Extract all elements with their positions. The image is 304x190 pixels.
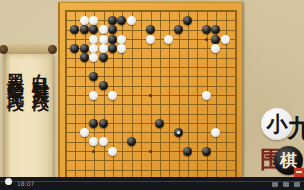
- white-stone: [89, 16, 98, 25]
- black-player-label: 黑赵晨宇九段: [7, 60, 24, 84]
- black-stone: [174, 128, 183, 137]
- last-move-marker: [177, 131, 180, 134]
- scroll-rod-cap-left: [0, 45, 8, 54]
- white-stone: [99, 44, 108, 53]
- black-stone: [211, 35, 220, 44]
- white-stone: [108, 147, 117, 156]
- logo-char-jiu: 九: [287, 116, 304, 141]
- white-stone: [127, 16, 136, 25]
- progress-knob[interactable]: [5, 178, 12, 185]
- star-point: [92, 150, 95, 153]
- black-stone: [202, 25, 211, 34]
- white-player-label: 白朴键昊六段: [32, 60, 49, 84]
- white-stone: [108, 91, 117, 100]
- black-stone: [108, 44, 117, 53]
- white-stone: [117, 35, 126, 44]
- channel-logo: 小 九 围 棋: [258, 104, 304, 186]
- black-stone: [108, 16, 117, 25]
- logo-char-qi: 棋: [280, 152, 297, 169]
- danmaku-icon[interactable]: [272, 182, 278, 187]
- star-point: [205, 38, 208, 41]
- black-stone: [99, 119, 108, 128]
- black-stone: [183, 16, 192, 25]
- white-stone: [89, 44, 98, 53]
- black-stone: [127, 137, 136, 146]
- black-stone: [80, 53, 89, 62]
- progress-track[interactable]: [0, 181, 304, 182]
- white-stone: [99, 35, 108, 44]
- scroll-rod: [0, 44, 56, 54]
- black-stone: [89, 119, 98, 128]
- black-stone: [99, 53, 108, 62]
- black-stone: [155, 119, 164, 128]
- white-stone: [99, 25, 108, 34]
- white-stone: [80, 128, 89, 137]
- white-stone: [99, 137, 108, 146]
- black-stone: [108, 35, 117, 44]
- time-display: 18:07: [17, 181, 34, 187]
- black-stone: [146, 25, 155, 34]
- logo-char-xiao: 小: [267, 114, 288, 135]
- fullscreen-icon[interactable]: [294, 182, 300, 187]
- white-stone: [202, 91, 211, 100]
- white-stone: [146, 35, 155, 44]
- white-stone: [164, 35, 173, 44]
- black-stone: [174, 25, 183, 34]
- star-point: [149, 94, 152, 97]
- white-stone: [221, 35, 230, 44]
- video-frame: 白朴键昊六段 黑赵晨宇九段 小 九 围 棋 18:07: [0, 0, 304, 190]
- black-stone: [183, 147, 192, 156]
- white-stone: [89, 91, 98, 100]
- go-board: [58, 2, 242, 190]
- star-point: [149, 150, 152, 153]
- white-stone: [89, 35, 98, 44]
- scroll-paper: 白朴键昊六段 黑赵晨宇九段: [3, 54, 53, 190]
- black-stone: [80, 25, 89, 34]
- settings-icon[interactable]: [283, 182, 289, 187]
- black-stone: [99, 81, 108, 90]
- player-name-scroll: 白朴键昊六段 黑赵晨宇九段: [0, 42, 56, 190]
- video-player-bar: 18:07: [0, 177, 304, 190]
- black-stone: [202, 147, 211, 156]
- scroll-rod-cap-right: [48, 45, 57, 54]
- white-stone: [80, 16, 89, 25]
- black-stone: [89, 72, 98, 81]
- black-stone: [80, 44, 89, 53]
